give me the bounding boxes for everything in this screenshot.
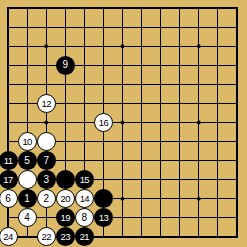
point-c12-r12[interactable] [227, 227, 246, 246]
white-stone [37, 132, 56, 151]
point-c3-r0[interactable] [56, 0, 75, 18]
white-stone-12: 12 [37, 94, 56, 113]
white-stone-20: 20 [56, 189, 75, 208]
point-c11-r3[interactable] [208, 56, 227, 75]
point-c3-r8[interactable] [56, 151, 75, 170]
point-c11-r12[interactable] [208, 227, 227, 246]
point-c2-r1[interactable] [37, 18, 56, 37]
point-c1-r0[interactable] [18, 0, 37, 18]
point-c10-r4[interactable] [189, 75, 208, 94]
point-c2-r7[interactable] [37, 132, 56, 151]
point-c9-r5[interactable] [170, 94, 189, 113]
point-c3-r5[interactable] [56, 94, 75, 113]
point-c2-r0[interactable] [37, 0, 56, 18]
point-c6-r4[interactable] [113, 75, 132, 94]
point-c10-r9[interactable] [189, 170, 208, 189]
point-c0-r7[interactable] [0, 132, 18, 151]
point-c10-r12[interactable] [189, 227, 208, 246]
point-c6-r6[interactable] [113, 113, 132, 132]
point-c11-r7[interactable] [208, 132, 227, 151]
point-c12-r4[interactable] [227, 75, 246, 94]
point-c9-r11[interactable] [170, 208, 189, 227]
point-c4-r10[interactable]: 14 [75, 189, 94, 208]
point-c11-r11[interactable] [208, 208, 227, 227]
point-c10-r10[interactable] [189, 189, 208, 208]
point-c4-r6[interactable] [75, 113, 94, 132]
point-c1-r3[interactable] [18, 56, 37, 75]
black-stone-13: 13 [94, 208, 113, 227]
point-c11-r8[interactable] [208, 151, 227, 170]
point-c8-r8[interactable] [151, 151, 170, 170]
point-c3-r12[interactable]: 23 [56, 227, 75, 246]
point-c7-r3[interactable] [132, 56, 151, 75]
go-board: 9121610115717315612201441981324222321 [0, 0, 246, 246]
point-c12-r11[interactable] [227, 208, 246, 227]
point-c4-r12[interactable]: 21 [75, 227, 94, 246]
white-stone-4: 4 [18, 208, 37, 227]
point-c12-r8[interactable] [227, 151, 246, 170]
point-c3-r4[interactable] [56, 75, 75, 94]
point-c2-r3[interactable] [37, 56, 56, 75]
point-c9-r8[interactable] [170, 151, 189, 170]
point-c11-r9[interactable] [208, 170, 227, 189]
point-c12-r6[interactable] [227, 113, 246, 132]
point-c8-r10[interactable] [151, 189, 170, 208]
point-c8-r12[interactable] [151, 227, 170, 246]
point-c12-r2[interactable] [227, 37, 246, 56]
point-c2-r4[interactable] [37, 75, 56, 94]
point-c5-r9[interactable] [94, 170, 113, 189]
point-c9-r10[interactable] [170, 189, 189, 208]
point-c12-r7[interactable] [227, 132, 246, 151]
point-c11-r2[interactable] [208, 37, 227, 56]
point-c6-r5[interactable] [113, 94, 132, 113]
point-c1-r7[interactable]: 10 [18, 132, 37, 151]
point-c1-r10[interactable]: 1 [18, 189, 37, 208]
point-c12-r10[interactable] [227, 189, 246, 208]
point-c3-r3[interactable]: 9 [56, 56, 75, 75]
point-c0-r4[interactable] [0, 75, 18, 94]
point-c0-r10[interactable]: 6 [0, 189, 18, 208]
black-stone-17: 17 [0, 170, 18, 189]
point-c12-r9[interactable] [227, 170, 246, 189]
point-c3-r2[interactable] [56, 37, 75, 56]
point-c0-r12[interactable]: 24 [0, 227, 18, 246]
black-stone-3: 3 [37, 170, 56, 189]
point-c5-r10[interactable] [94, 189, 113, 208]
point-c5-r3[interactable] [94, 56, 113, 75]
point-c4-r3[interactable] [75, 56, 94, 75]
point-c4-r5[interactable] [75, 94, 94, 113]
white-stone-24: 24 [0, 227, 18, 246]
black-stone-21: 21 [75, 227, 94, 246]
point-c9-r6[interactable] [170, 113, 189, 132]
white-stone-10: 10 [18, 132, 37, 151]
white-stone-22: 22 [37, 227, 56, 246]
point-c6-r9[interactable] [113, 170, 132, 189]
point-c9-r12[interactable] [170, 227, 189, 246]
point-c1-r6[interactable] [18, 113, 37, 132]
point-c12-r5[interactable] [227, 94, 246, 113]
point-c7-r11[interactable] [132, 208, 151, 227]
point-c8-r4[interactable] [151, 75, 170, 94]
point-c4-r2[interactable] [75, 37, 94, 56]
point-c6-r10[interactable] [113, 189, 132, 208]
go-board-diagram: 9121610115717315612201441981324222321 [0, 0, 247, 247]
point-c5-r8[interactable] [94, 151, 113, 170]
point-c4-r8[interactable] [75, 151, 94, 170]
point-c1-r11[interactable]: 4 [18, 208, 37, 227]
point-c1-r12[interactable] [18, 227, 37, 246]
black-stone-19: 19 [56, 208, 75, 227]
point-c0-r5[interactable] [0, 94, 18, 113]
point-c4-r1[interactable] [75, 18, 94, 37]
point-c6-r0[interactable] [113, 0, 132, 18]
point-c7-r6[interactable] [132, 113, 151, 132]
point-c10-r2[interactable] [189, 37, 208, 56]
point-c1-r4[interactable] [18, 75, 37, 94]
black-stone-7: 7 [37, 151, 56, 170]
point-c2-r5[interactable]: 12 [37, 94, 56, 113]
point-c9-r1[interactable] [170, 18, 189, 37]
point-c6-r3[interactable] [113, 56, 132, 75]
point-c8-r2[interactable] [151, 37, 170, 56]
point-c1-r8[interactable]: 5 [18, 151, 37, 170]
white-stone [18, 170, 37, 189]
point-c1-r2[interactable] [18, 37, 37, 56]
point-c5-r2[interactable] [94, 37, 113, 56]
point-c10-r7[interactable] [189, 132, 208, 151]
point-c9-r7[interactable] [170, 132, 189, 151]
point-c1-r9[interactable] [18, 170, 37, 189]
point-c2-r12[interactable]: 22 [37, 227, 56, 246]
point-c5-r5[interactable] [94, 94, 113, 113]
point-c0-r1[interactable] [0, 18, 18, 37]
point-c6-r12[interactable] [113, 227, 132, 246]
point-c2-r6[interactable] [37, 113, 56, 132]
point-c7-r5[interactable] [132, 94, 151, 113]
black-stone-1: 1 [18, 189, 37, 208]
point-c10-r8[interactable] [189, 151, 208, 170]
point-c11-r5[interactable] [208, 94, 227, 113]
point-c12-r1[interactable] [227, 18, 246, 37]
point-c4-r11[interactable]: 8 [75, 208, 94, 227]
point-c6-r8[interactable] [113, 151, 132, 170]
point-c6-r7[interactable] [113, 132, 132, 151]
point-c2-r2[interactable] [37, 37, 56, 56]
point-c5-r0[interactable] [94, 0, 113, 18]
point-c0-r0[interactable] [0, 0, 18, 18]
black-stone-11: 11 [0, 151, 18, 170]
point-c2-r9[interactable]: 3 [37, 170, 56, 189]
point-c7-r4[interactable] [132, 75, 151, 94]
point-c5-r6[interactable]: 16 [94, 113, 113, 132]
point-c5-r1[interactable] [94, 18, 113, 37]
black-stone-9: 9 [56, 56, 75, 75]
white-stone-8: 8 [75, 208, 94, 227]
point-c11-r10[interactable] [208, 189, 227, 208]
point-c2-r11[interactable] [37, 208, 56, 227]
point-c5-r12[interactable] [94, 227, 113, 246]
point-c1-r1[interactable] [18, 18, 37, 37]
point-c6-r2[interactable] [113, 37, 132, 56]
point-c4-r4[interactable] [75, 75, 94, 94]
point-c10-r0[interactable] [189, 0, 208, 18]
point-c8-r11[interactable] [151, 208, 170, 227]
point-c8-r1[interactable] [151, 18, 170, 37]
point-c7-r8[interactable] [132, 151, 151, 170]
point-c8-r5[interactable] [151, 94, 170, 113]
black-stone-15: 15 [75, 170, 94, 189]
point-c4-r9[interactable]: 15 [75, 170, 94, 189]
point-c0-r9[interactable]: 17 [0, 170, 18, 189]
point-c3-r10[interactable]: 20 [56, 189, 75, 208]
point-c11-r1[interactable] [208, 18, 227, 37]
white-stone-6: 6 [0, 189, 18, 208]
point-c12-r3[interactable] [227, 56, 246, 75]
point-c5-r11[interactable]: 13 [94, 208, 113, 227]
point-c10-r3[interactable] [189, 56, 208, 75]
point-c11-r6[interactable] [208, 113, 227, 132]
point-c10-r5[interactable] [189, 94, 208, 113]
point-c0-r6[interactable] [0, 113, 18, 132]
point-c3-r6[interactable] [56, 113, 75, 132]
point-c8-r0[interactable] [151, 0, 170, 18]
point-c2-r10[interactable]: 2 [37, 189, 56, 208]
point-c3-r9[interactable] [56, 170, 75, 189]
point-c5-r7[interactable] [94, 132, 113, 151]
point-c7-r0[interactable] [132, 0, 151, 18]
black-stone [94, 189, 113, 208]
white-stone-16: 16 [94, 113, 113, 132]
point-c10-r1[interactable] [189, 18, 208, 37]
point-c7-r12[interactable] [132, 227, 151, 246]
black-stone-5: 5 [18, 151, 37, 170]
point-c9-r4[interactable] [170, 75, 189, 94]
point-c6-r11[interactable] [113, 208, 132, 227]
white-stone-14: 14 [75, 189, 94, 208]
point-c4-r0[interactable] [75, 0, 94, 18]
black-stone [56, 170, 75, 189]
point-c9-r0[interactable] [170, 0, 189, 18]
point-c1-r5[interactable] [18, 94, 37, 113]
point-c9-r2[interactable] [170, 37, 189, 56]
point-c8-r7[interactable] [151, 132, 170, 151]
point-c7-r2[interactable] [132, 37, 151, 56]
point-c8-r9[interactable] [151, 170, 170, 189]
point-c3-r11[interactable]: 19 [56, 208, 75, 227]
black-stone-23: 23 [56, 227, 75, 246]
point-c9-r3[interactable] [170, 56, 189, 75]
point-c0-r11[interactable] [0, 208, 18, 227]
point-c0-r3[interactable] [0, 56, 18, 75]
point-c5-r4[interactable] [94, 75, 113, 94]
point-c7-r1[interactable] [132, 18, 151, 37]
point-c9-r9[interactable] [170, 170, 189, 189]
point-c6-r1[interactable] [113, 18, 132, 37]
point-c3-r7[interactable] [56, 132, 75, 151]
point-c10-r6[interactable] [189, 113, 208, 132]
point-c7-r9[interactable] [132, 170, 151, 189]
point-c7-r7[interactable] [132, 132, 151, 151]
point-c3-r1[interactable] [56, 18, 75, 37]
white-stone-2: 2 [37, 189, 56, 208]
point-c11-r0[interactable] [208, 0, 227, 18]
point-c0-r2[interactable] [0, 37, 18, 56]
point-c7-r10[interactable] [132, 189, 151, 208]
point-c8-r6[interactable] [151, 113, 170, 132]
point-c4-r7[interactable] [75, 132, 94, 151]
point-c10-r11[interactable] [189, 208, 208, 227]
point-c11-r4[interactable] [208, 75, 227, 94]
point-c8-r3[interactable] [151, 56, 170, 75]
point-c0-r8[interactable]: 11 [0, 151, 18, 170]
point-c2-r8[interactable]: 7 [37, 151, 56, 170]
point-c12-r0[interactable] [227, 0, 246, 18]
